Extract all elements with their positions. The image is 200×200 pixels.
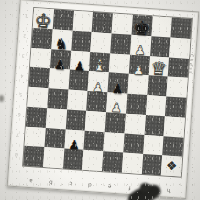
rank-label-4: 4 xyxy=(17,73,26,79)
square-r1c3[interactable] xyxy=(91,32,112,53)
rank-label-6: 6 xyxy=(15,112,24,118)
square-r7c7[interactable]: ❖ xyxy=(161,156,182,177)
file-label-d: d xyxy=(80,178,100,189)
square-r7c4[interactable] xyxy=(102,151,123,172)
square-r5c2[interactable] xyxy=(65,109,86,130)
square-r3c0[interactable] xyxy=(29,67,50,88)
rank-label-3: 3 xyxy=(19,53,28,59)
square-r0c1[interactable] xyxy=(53,9,74,30)
black-knight-g2[interactable]: ♞ xyxy=(54,36,68,52)
square-r5c5[interactable] xyxy=(124,113,145,134)
square-r2c3[interactable]: ♝ xyxy=(89,52,110,73)
square-r4c7[interactable] xyxy=(165,96,186,117)
black-pawn-d4[interactable]: ♟ xyxy=(112,82,124,95)
rank-label-5: 5 xyxy=(16,92,25,98)
rank-label-7: 7 xyxy=(13,132,22,138)
square-r4c0[interactable] xyxy=(27,87,48,108)
square-r5c1[interactable] xyxy=(46,108,67,129)
square-r7c0[interactable] xyxy=(23,146,44,167)
white-pawn-d5[interactable]: ♟ xyxy=(110,102,122,115)
square-r6c1[interactable] xyxy=(44,128,65,149)
square-r6c0[interactable] xyxy=(25,126,46,147)
square-r7c6[interactable] xyxy=(141,154,162,175)
square-r6c7[interactable] xyxy=(162,136,183,157)
rank-label-2: 2 xyxy=(20,33,29,39)
square-r6c4[interactable] xyxy=(103,132,124,153)
background-smudge xyxy=(0,95,4,102)
square-r6c6[interactable] xyxy=(143,134,164,155)
square-r5c6[interactable] xyxy=(144,115,165,136)
foreground-piece-blur-top xyxy=(140,183,150,192)
black-pawn-f7[interactable]: ♟ xyxy=(68,138,80,151)
square-r0c5[interactable]: ♚ xyxy=(131,15,152,36)
white-pawn-c2[interactable]: ♟ xyxy=(134,44,146,57)
square-r1c7[interactable] xyxy=(169,37,190,58)
square-r1c4[interactable] xyxy=(110,33,131,54)
square-r3c7[interactable] xyxy=(167,77,188,98)
square-r4c6[interactable] xyxy=(146,95,167,116)
board-brand-label: Chess xyxy=(188,54,194,75)
black-pawn-f3[interactable]: ♟ xyxy=(74,60,86,73)
file-label-a: a xyxy=(21,174,41,185)
square-r1c1[interactable]: ♞ xyxy=(51,29,72,50)
square-r2c7[interactable] xyxy=(168,57,189,78)
white-king-h1[interactable]: ♚ xyxy=(34,11,52,31)
square-r2c6[interactable]: ♛ xyxy=(148,56,169,77)
square-r6c2[interactable]: ♟ xyxy=(64,129,85,150)
square-r0c2[interactable] xyxy=(72,11,93,32)
file-label-c: c xyxy=(60,176,80,187)
square-r1c6[interactable] xyxy=(150,36,171,57)
square-r4c1[interactable] xyxy=(47,88,68,109)
black-pawn-g3[interactable]: ♟ xyxy=(54,58,66,71)
square-r7c1[interactable] xyxy=(43,147,64,168)
square-r6c5[interactable] xyxy=(123,133,144,154)
square-r0c7[interactable] xyxy=(171,18,192,39)
file-label-b: b xyxy=(41,175,61,186)
board-logo-emblem: ❖ xyxy=(166,160,178,173)
square-r5c0[interactable] xyxy=(26,106,47,127)
square-r6c3[interactable] xyxy=(84,130,105,151)
square-r4c5[interactable] xyxy=(126,94,147,115)
square-r5c3[interactable] xyxy=(85,111,106,132)
square-r7c3[interactable] xyxy=(82,150,103,171)
square-r3c4[interactable]: ♟ xyxy=(107,73,128,94)
white-pawn-e4[interactable]: ♟ xyxy=(92,81,104,94)
file-label-e: e xyxy=(100,179,120,190)
square-r2c4[interactable] xyxy=(109,53,130,74)
square-r2c2[interactable]: ♟ xyxy=(69,50,90,71)
square-r7c5[interactable] xyxy=(122,153,143,174)
square-r0c6[interactable] xyxy=(151,16,172,37)
square-r0c0[interactable]: ♚ xyxy=(33,8,54,29)
square-r4c2[interactable] xyxy=(67,90,88,111)
chess-board: ♚♚♞♟♟♟♝♟♛♟♟♟♟❖ abcdefgh 12345678 Chess xyxy=(7,0,200,199)
white-bishop-e3[interactable]: ♝ xyxy=(92,57,107,74)
square-r0c4[interactable] xyxy=(112,13,133,34)
rank-label-8: 8 xyxy=(12,151,21,157)
white-pawn-c3[interactable]: ♟ xyxy=(133,64,145,77)
square-r5c7[interactable] xyxy=(164,116,185,137)
square-r0c3[interactable] xyxy=(92,12,113,33)
square-r2c0[interactable] xyxy=(30,47,51,68)
square-r1c2[interactable] xyxy=(71,30,92,51)
photo-canvas: { "game": "chess", "scene": { "descripti… xyxy=(0,0,200,200)
black-king-c1[interactable]: ♚ xyxy=(133,18,151,38)
board-playing-area: ♚♚♞♟♟♟♝♟♛♟♟♟♟❖ xyxy=(22,7,193,178)
rank-label-1: 1 xyxy=(21,14,30,20)
file-label-h: h xyxy=(159,183,179,194)
white-queen-b3[interactable]: ♛ xyxy=(150,60,167,79)
